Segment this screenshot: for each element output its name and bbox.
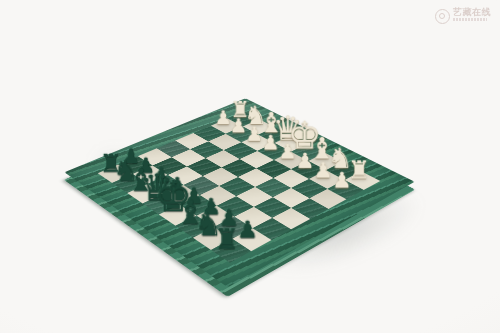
square-g3 (291, 179, 327, 198)
square-g2: ♟ (309, 170, 345, 189)
square-a7: ♟ (118, 156, 152, 174)
chess-set-photo: ♜♞♝♛♚♝♞♜♟♟♟♟♟♟♟♟♟♟♟♟♟♟♟♟♜♞♝♛♚♝♞♜ 艺藏在线 (0, 0, 500, 333)
watermark-text-block: 艺藏在线 (453, 8, 491, 21)
scene: ♜♞♝♛♚♝♞♜♟♟♟♟♟♟♟♟♟♟♟♟♟♟♟♟♜♞♝♛♚♝♞♜ (0, 0, 500, 333)
watermark-seal-logo-icon (435, 9, 450, 24)
watermark: 艺藏在线 (435, 8, 491, 24)
chess-board: ♜♞♝♛♚♝♞♜♟♟♟♟♟♟♟♟♟♟♟♟♟♟♟♟♜♞♝♛♚♝♞♜ (64, 98, 414, 287)
board-grid: ♜♞♝♛♚♝♞♜♟♟♟♟♟♟♟♟♟♟♟♟♟♟♟♟♜♞♝♛♚♝♞♜ (98, 112, 381, 263)
white-knight: ♞ (312, 145, 368, 173)
watermark-text: 艺藏在线 (453, 8, 491, 17)
white-rook: ♜ (215, 98, 265, 120)
watermark-subtext-line (453, 18, 487, 21)
